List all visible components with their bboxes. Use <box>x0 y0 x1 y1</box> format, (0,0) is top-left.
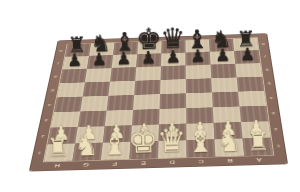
file-label: B <box>215 156 245 164</box>
square-a6 <box>235 63 262 77</box>
piece-white-knight: ♞ <box>216 128 242 156</box>
square-a7: ♟ <box>234 50 260 64</box>
square-b5 <box>211 77 238 92</box>
piece-black-pawn: ♟ <box>165 48 181 66</box>
piece-black-pawn: ♟ <box>190 47 206 65</box>
square-a1: ♜ <box>243 138 274 156</box>
rank-label: 4 <box>265 90 277 105</box>
piece-white-bishop: ♝ <box>187 126 215 157</box>
square-h7: ♟ <box>63 56 90 70</box>
rank-label: 1 <box>272 137 286 155</box>
piece-white-knight: ♞ <box>74 132 99 160</box>
square-f7: ♟ <box>112 54 138 68</box>
rank-label: 7 <box>259 50 270 63</box>
piece-black-pawn: ♟ <box>140 49 156 67</box>
square-e4 <box>133 94 160 110</box>
piece-white-rook: ♜ <box>46 135 69 161</box>
file-label: A <box>244 156 274 164</box>
square-h5 <box>57 82 85 97</box>
piece-black-pawn: ♟ <box>67 51 83 69</box>
piece-black-pawn: ♟ <box>240 46 256 64</box>
rank-label: 8 <box>258 38 269 51</box>
square-a5 <box>237 77 264 92</box>
board-grid: ♜♞♝♚♛♝♞♜♟♟♟♟♟♟♟♟♟♟♟♟♟♟♟♟♜♞♝♚♛♝♞♜ <box>44 38 273 162</box>
piece-white-queen: ♛ <box>156 124 187 158</box>
square-e7: ♟ <box>136 53 161 67</box>
piece-white-king: ♚ <box>127 123 159 158</box>
square-g5 <box>83 82 110 97</box>
square-e5 <box>134 80 160 95</box>
file-label: H <box>42 161 72 169</box>
piece-white-rook: ♜ <box>246 129 270 155</box>
piece-black-pawn: ♟ <box>116 50 132 68</box>
square-f5 <box>108 81 135 96</box>
square-d4 <box>160 93 187 109</box>
square-c7: ♟ <box>186 52 211 66</box>
square-h4 <box>54 97 83 113</box>
chess-photo-scene: ♜♞♝♚♛♝♞♜♟♟♟♟♟♟♟♟♟♟♟♟♟♟♟♟♜♞♝♚♛♝♞♜ HGFEDCB… <box>0 0 300 192</box>
square-g1: ♞ <box>72 143 102 161</box>
rank-label: 3 <box>267 105 280 121</box>
file-label: D <box>158 158 187 166</box>
square-b1: ♞ <box>214 138 244 156</box>
square-d6 <box>161 66 186 80</box>
square-f4 <box>107 95 135 111</box>
square-g6 <box>85 68 112 82</box>
square-e6 <box>135 66 161 80</box>
square-c6 <box>186 65 212 79</box>
board-frame: ♜♞♝♚♛♝♞♜♟♟♟♟♟♟♟♟♟♟♟♟♟♟♟♟♜♞♝♚♛♝♞♜ HGFEDCB… <box>30 34 287 171</box>
piece-black-pawn: ♟ <box>215 46 231 64</box>
board-perspective: ♜♞♝♚♛♝♞♜♟♟♟♟♟♟♟♟♟♟♟♟♟♟♟♟♜♞♝♚♛♝♞♜ HGFEDCB… <box>30 34 287 171</box>
square-c4 <box>186 92 213 108</box>
rank-label: 6 <box>261 63 273 77</box>
file-label: C <box>187 157 216 165</box>
square-f6 <box>110 67 136 81</box>
square-d5 <box>160 79 186 94</box>
file-label: F <box>100 160 129 168</box>
piece-white-bishop: ♝ <box>101 129 128 159</box>
square-d1: ♛ <box>158 140 187 158</box>
piece-black-pawn: ♟ <box>91 51 107 69</box>
square-g7: ♟ <box>87 55 113 69</box>
square-b6 <box>211 64 237 78</box>
rank-label: 2 <box>269 121 282 138</box>
square-h1: ♜ <box>44 143 75 161</box>
rank-label: 5 <box>263 76 275 90</box>
square-b4 <box>212 92 239 108</box>
square-f1: ♝ <box>101 142 131 160</box>
square-c1: ♝ <box>186 139 215 157</box>
file-label: G <box>71 161 101 169</box>
square-d7: ♟ <box>161 53 186 67</box>
square-b7: ♟ <box>210 51 236 65</box>
square-a4 <box>238 91 266 107</box>
chessboard: ♜♞♝♚♛♝♞♜♟♟♟♟♟♟♟♟♟♟♟♟♟♟♟♟♜♞♝♚♛♝♞♜ HGFEDCB… <box>38 0 282 192</box>
file-label: E <box>129 159 158 167</box>
square-c5 <box>186 78 212 93</box>
square-g4 <box>80 96 108 112</box>
square-h6 <box>60 69 87 83</box>
square-e1: ♚ <box>129 141 158 159</box>
